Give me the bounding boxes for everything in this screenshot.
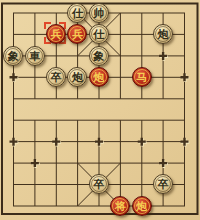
piece-glyph: 象 xyxy=(8,51,19,62)
piece-glyph: 卒 xyxy=(51,72,62,83)
piece-glyph: 仕 xyxy=(72,8,83,19)
piece-glyph: 卒 xyxy=(157,179,168,190)
piece-red-cannon[interactable]: 炮 xyxy=(132,196,152,216)
piece-tan-cannon[interactable]: 炮 xyxy=(67,67,87,87)
piece-tan-soldier[interactable]: 卒 xyxy=(153,174,173,194)
piece-tan-elephant[interactable]: 象 xyxy=(89,46,109,66)
piece-glyph: 兵 xyxy=(51,29,62,40)
piece-red-soldier[interactable]: 兵 xyxy=(67,24,87,44)
pieces-layer: 仕帅兵兵仕炮象車象卒炮炮马卒卒将炮 xyxy=(0,0,200,220)
piece-red-general[interactable]: 将 xyxy=(110,196,130,216)
piece-glyph: 炮 xyxy=(72,72,83,83)
piece-red-horse[interactable]: 马 xyxy=(132,67,152,87)
piece-glyph: 炮 xyxy=(157,29,168,40)
piece-glyph: 炮 xyxy=(136,201,147,212)
piece-glyph: 将 xyxy=(115,201,126,212)
piece-glyph: 帅 xyxy=(93,8,104,19)
piece-glyph: 車 xyxy=(29,51,40,62)
piece-glyph: 马 xyxy=(136,72,147,83)
piece-tan-soldier[interactable]: 卒 xyxy=(46,67,66,87)
piece-tan-chariot[interactable]: 車 xyxy=(25,46,45,66)
piece-glyph: 象 xyxy=(93,51,104,62)
piece-glyph: 卒 xyxy=(93,179,104,190)
piece-tan-cannon[interactable]: 炮 xyxy=(153,24,173,44)
piece-glyph: 仕 xyxy=(93,29,104,40)
piece-tan-advisor[interactable]: 仕 xyxy=(67,3,87,23)
piece-glyph: 兵 xyxy=(72,29,83,40)
piece-tan-advisor[interactable]: 仕 xyxy=(89,24,109,44)
xiangqi-board: 仕帅兵兵仕炮象車象卒炮炮马卒卒将炮 xyxy=(0,0,200,220)
piece-tan-elephant[interactable]: 象 xyxy=(3,46,23,66)
piece-glyph: 炮 xyxy=(93,72,104,83)
piece-red-cannon[interactable]: 炮 xyxy=(89,67,109,87)
piece-red-soldier[interactable]: 兵 xyxy=(46,24,66,44)
piece-tan-soldier[interactable]: 卒 xyxy=(89,174,109,194)
piece-tan-general[interactable]: 帅 xyxy=(89,3,109,23)
